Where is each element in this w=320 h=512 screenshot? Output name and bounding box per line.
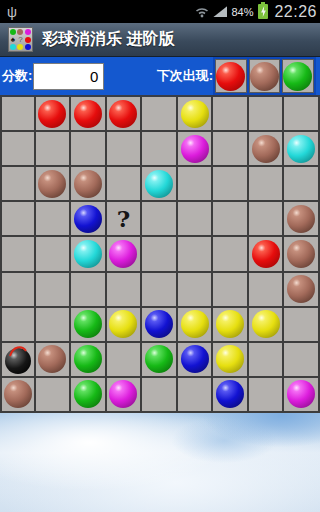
board-cell-r2c2[interactable] xyxy=(36,132,72,167)
board-cell-r9c8[interactable] xyxy=(249,378,285,413)
board-cell-r7c1[interactable] xyxy=(0,308,36,343)
next-ball-cell xyxy=(247,57,283,95)
ball-yellow[interactable] xyxy=(216,345,244,373)
board-cell-r4c3[interactable] xyxy=(71,202,107,237)
ball-red[interactable] xyxy=(74,100,102,128)
ball-brown[interactable] xyxy=(252,135,280,163)
icon-question: ? xyxy=(17,36,25,44)
board-cell-r2c7[interactable] xyxy=(213,132,249,167)
board-cell-r4c1[interactable] xyxy=(0,202,36,237)
ball-brown[interactable] xyxy=(287,275,315,303)
icon-cell xyxy=(24,44,32,52)
ball-blue[interactable] xyxy=(181,345,209,373)
ball-blue[interactable] xyxy=(216,380,244,408)
ball-blue[interactable] xyxy=(145,310,173,338)
battery-percent: 84% xyxy=(231,6,253,18)
next-ball-cell xyxy=(280,57,316,95)
ball-brown[interactable] xyxy=(38,345,66,373)
bomb-fuse xyxy=(7,345,29,357)
board-cell-r6c6[interactable] xyxy=(178,273,214,308)
ball-brown[interactable] xyxy=(287,240,315,268)
board-cell-r6c5[interactable] xyxy=(142,273,178,308)
icon-cell xyxy=(24,28,32,36)
board-cell-r2c1[interactable] xyxy=(0,132,36,167)
charging-bolt-icon xyxy=(260,6,266,17)
board-cell-r9c7[interactable] xyxy=(213,378,249,413)
ball-cyan[interactable] xyxy=(74,240,102,268)
board[interactable]: ? xyxy=(0,95,320,413)
score-bar: 分数: 0 下次出现: xyxy=(0,57,320,95)
board-cell-r5c1[interactable] xyxy=(0,237,36,272)
board-cell-r9c6[interactable] xyxy=(178,378,214,413)
signal-icon xyxy=(213,6,227,17)
ball-red[interactable] xyxy=(38,100,66,128)
board-cell-r3c9[interactable] xyxy=(284,167,320,202)
ball-green[interactable] xyxy=(145,345,173,373)
icon-dot-blue xyxy=(25,44,31,50)
ball-magenta[interactable] xyxy=(287,380,315,408)
icon-dot-red xyxy=(25,37,31,43)
board-cell-r6c7[interactable] xyxy=(213,273,249,308)
ball-blue[interactable] xyxy=(74,205,102,233)
score-label: 分数: xyxy=(0,67,32,85)
board-cell-r3c6[interactable] xyxy=(178,167,214,202)
board-cell-r3c3[interactable] xyxy=(71,167,107,202)
ball-yellow[interactable] xyxy=(181,100,209,128)
board-cell-r2c9[interactable] xyxy=(284,132,320,167)
board-cell-r4c2[interactable] xyxy=(36,202,72,237)
board-cell-r3c7[interactable] xyxy=(213,167,249,202)
board-cell-r2c6[interactable] xyxy=(178,132,214,167)
ball-brown[interactable] xyxy=(287,205,315,233)
board-cell-r4c8[interactable] xyxy=(249,202,285,237)
ball-yellow[interactable] xyxy=(216,310,244,338)
board-cell-r8c3[interactable] xyxy=(71,343,107,378)
battery-icon xyxy=(258,4,268,19)
board-cell-r9c1[interactable] xyxy=(0,378,36,413)
board-cell-r7c9[interactable] xyxy=(284,308,320,343)
ball-green[interactable] xyxy=(74,345,102,373)
next-ball-brown xyxy=(250,62,279,91)
board-cell-r1c2[interactable] xyxy=(36,97,72,132)
ball-yellow[interactable] xyxy=(252,310,280,338)
mystery-question-mark: ? xyxy=(117,207,130,230)
board-cell-r3c1[interactable] xyxy=(0,167,36,202)
ball-yellow[interactable] xyxy=(181,310,209,338)
board-cell-r5c7[interactable] xyxy=(213,237,249,272)
board-cell-r7c8[interactable] xyxy=(249,308,285,343)
next-ball-cell xyxy=(213,57,249,95)
ball-magenta[interactable] xyxy=(181,135,209,163)
board-cell-r6c4[interactable] xyxy=(107,273,143,308)
board-cell-r5c5[interactable] xyxy=(142,237,178,272)
board-cell-r4c6[interactable] xyxy=(178,202,214,237)
board-cell-r3c5[interactable] xyxy=(142,167,178,202)
board-cell-r7c5[interactable] xyxy=(142,308,178,343)
board-cell-r2c5[interactable] xyxy=(142,132,178,167)
next-label: 下次出现: xyxy=(157,67,213,85)
ball-yellow[interactable] xyxy=(109,310,137,338)
icon-dot-brown xyxy=(17,29,23,35)
icon-dot-yellow xyxy=(17,44,23,50)
board-cell-r9c2[interactable] xyxy=(36,378,72,413)
board-cell-r5c6[interactable] xyxy=(178,237,214,272)
board-cell-r3c4[interactable] xyxy=(107,167,143,202)
board-cell-r1c8[interactable] xyxy=(249,97,285,132)
ball-magenta[interactable] xyxy=(109,380,137,408)
title-bar: ♠? 彩球消消乐 进阶版 xyxy=(0,23,320,57)
next-ball-green xyxy=(283,62,312,91)
next-ball-red xyxy=(216,62,245,91)
board-cell-r8c8[interactable] xyxy=(249,343,285,378)
board-cell-r2c3[interactable] xyxy=(71,132,107,167)
board-cell-r1c5[interactable] xyxy=(142,97,178,132)
board-cell-r8c7[interactable] xyxy=(213,343,249,378)
board-cell-r6c8[interactable] xyxy=(249,273,285,308)
icon-cell xyxy=(9,44,17,52)
icon-dot-magenta xyxy=(25,29,31,35)
board-cell-r1c6[interactable] xyxy=(178,97,214,132)
board-cell-r7c7[interactable] xyxy=(213,308,249,343)
ball-cyan[interactable] xyxy=(287,135,315,163)
ball-magenta[interactable] xyxy=(109,240,137,268)
board-cell-r1c4[interactable] xyxy=(107,97,143,132)
next-balls xyxy=(213,57,320,95)
board-cell-r1c1[interactable] xyxy=(0,97,36,132)
board-cell-r2c4[interactable] xyxy=(107,132,143,167)
icon-dot-green xyxy=(10,29,16,35)
board-cell-r5c4[interactable] xyxy=(107,237,143,272)
status-bar: ψ 84% 22:26 xyxy=(0,0,320,23)
board-cell-r8c4[interactable] xyxy=(107,343,143,378)
board-cell-r1c9[interactable] xyxy=(284,97,320,132)
board-cell-r9c4[interactable] xyxy=(107,378,143,413)
board-cell-r9c9[interactable] xyxy=(284,378,320,413)
board-cell-r5c9[interactable] xyxy=(284,237,320,272)
icon-spade: ♠ xyxy=(9,36,17,44)
board-cell-r4c7[interactable] xyxy=(213,202,249,237)
wifi-icon xyxy=(195,6,209,18)
board-cell-r9c5[interactable] xyxy=(142,378,178,413)
board-cell-r6c3[interactable] xyxy=(71,273,107,308)
board-cell-r8c5[interactable] xyxy=(142,343,178,378)
board-cell-r8c1[interactable] xyxy=(0,343,36,378)
board-cell-r6c9[interactable] xyxy=(284,273,320,308)
ball-brown[interactable] xyxy=(4,380,32,408)
usb-icon: ψ xyxy=(7,5,17,19)
ball-brown[interactable] xyxy=(38,170,66,198)
board-cell-r7c4[interactable] xyxy=(107,308,143,343)
board-cell-r7c6[interactable] xyxy=(178,308,214,343)
board-cell-r8c2[interactable] xyxy=(36,343,72,378)
board-cell-r2c8[interactable] xyxy=(249,132,285,167)
board-cell-r6c1[interactable] xyxy=(0,273,36,308)
app-screen: ψ 84% 22:26 ♠? 彩球消消乐 进阶版 分数: 0 下次出现: ? xyxy=(0,0,320,512)
app-icon: ♠? xyxy=(8,27,33,52)
board-cell-r5c2[interactable] xyxy=(36,237,72,272)
board-cell-r1c3[interactable] xyxy=(71,97,107,132)
ball-green[interactable] xyxy=(74,380,102,408)
board-cell-r6c2[interactable] xyxy=(36,273,72,308)
app-title: 彩球消消乐 进阶版 xyxy=(42,29,174,50)
board-cell-r4c4[interactable]: ? xyxy=(107,202,143,237)
board-cell-r4c9[interactable] xyxy=(284,202,320,237)
board-cell-r7c2[interactable] xyxy=(36,308,72,343)
ball-green[interactable] xyxy=(74,310,102,338)
icon-cell xyxy=(24,36,32,44)
score-input: 0 xyxy=(33,63,104,90)
status-clock: 22:26 xyxy=(272,3,317,21)
ball-cyan[interactable] xyxy=(145,170,173,198)
board-cell-r8c9[interactable] xyxy=(284,343,320,378)
board-cell-r5c8[interactable] xyxy=(249,237,285,272)
board-cell-r9c3[interactable] xyxy=(71,378,107,413)
ball-brown[interactable] xyxy=(74,170,102,198)
board-cell-r4c5[interactable] xyxy=(142,202,178,237)
sky-background xyxy=(0,413,320,512)
board-cell-r3c2[interactable] xyxy=(36,167,72,202)
board-cell-r8c6[interactable] xyxy=(178,343,214,378)
board-cell-r7c3[interactable] xyxy=(71,308,107,343)
board-cell-r3c8[interactable] xyxy=(249,167,285,202)
ball-red[interactable] xyxy=(252,240,280,268)
ball-red[interactable] xyxy=(109,100,137,128)
icon-dot-cyan xyxy=(10,44,16,50)
board-cell-r1c7[interactable] xyxy=(213,97,249,132)
icon-cell xyxy=(17,44,25,52)
board-cell-r5c3[interactable] xyxy=(71,237,107,272)
